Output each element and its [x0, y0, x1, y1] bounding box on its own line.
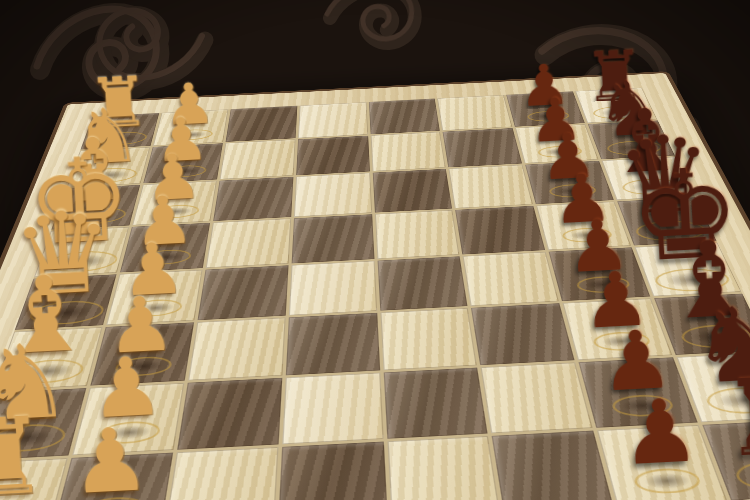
square-b4[interactable]: [296, 136, 370, 176]
chess-board: ♜♟♟♜♞♟♟♞♝♟♟♝♚♟♟♛♛♟♟♚♝♟♟♝♞♟♟♞♜♟♟♜: [0, 73, 750, 500]
square-d4[interactable]: [291, 214, 374, 263]
square-b5[interactable]: [370, 132, 446, 171]
square-f4[interactable]: [285, 313, 379, 376]
square-d5[interactable]: [375, 210, 460, 259]
scene: ♜♟♟♜♞♟♟♞♝♟♟♝♚♟♟♛♛♟♟♚♝♟♟♝♞♟♟♞♜♟♟♜: [0, 0, 750, 500]
square-e4[interactable]: [289, 261, 377, 316]
square-c4[interactable]: [294, 173, 372, 217]
square-h4[interactable]: [278, 442, 387, 500]
square-a5[interactable]: [368, 99, 440, 135]
square-a4[interactable]: [298, 102, 368, 138]
square-e5[interactable]: [377, 256, 468, 311]
board-rotation-wrap: ♜♟♟♜♞♟♟♞♝♟♟♝♚♟♟♛♛♟♟♚♝♟♟♝♞♟♟♞♜♟♟♜: [0, 0, 750, 500]
square-g5[interactable]: [383, 368, 488, 439]
piece-white-pawn-h2[interactable]: ♟: [13, 308, 203, 500]
piece-black-rook-h8[interactable]: ♜: [672, 273, 750, 475]
square-g4[interactable]: [282, 373, 383, 445]
square-h5[interactable]: [387, 436, 501, 500]
square-c5[interactable]: [372, 169, 452, 213]
square-f5[interactable]: [380, 308, 477, 370]
